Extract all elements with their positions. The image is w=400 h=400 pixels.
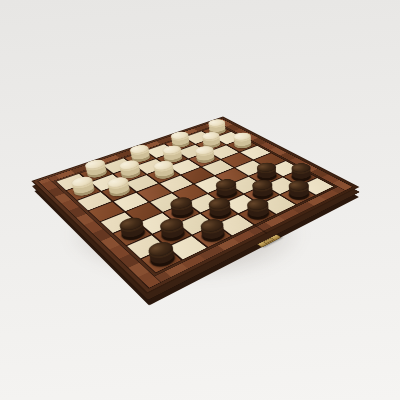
light-piece-b6: [106, 185, 133, 199]
light-piece-a7: [71, 184, 98, 198]
dark-piece-e1: [244, 206, 273, 222]
photo-scene: [0, 0, 400, 400]
